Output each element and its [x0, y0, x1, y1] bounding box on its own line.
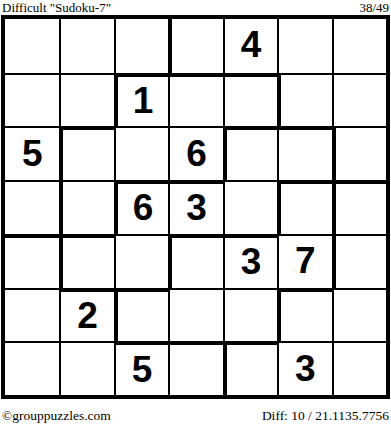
given-digit: 4 [241, 26, 262, 63]
cell-r4c4[interactable]: 3 [168, 180, 222, 234]
cell-r5c1[interactable] [5, 234, 59, 288]
cell-r4c2[interactable] [59, 180, 113, 234]
copyright-text: ©grouppuzzles.com [2, 408, 111, 424]
cell-r2c1[interactable] [5, 73, 59, 127]
cell-r2c2[interactable] [59, 73, 113, 127]
cell-r1c5[interactable]: 4 [223, 19, 277, 73]
cell-r4c7[interactable] [332, 180, 386, 234]
cell-r2c4[interactable] [168, 73, 222, 127]
cell-r6c3[interactable] [114, 288, 168, 342]
cell-r4c1[interactable] [5, 180, 59, 234]
cell-r4c6[interactable] [277, 180, 331, 234]
cell-r4c5[interactable] [223, 180, 277, 234]
cell-r1c2[interactable] [59, 19, 113, 73]
given-digit: 7 [295, 242, 316, 279]
cell-r5c3[interactable] [114, 234, 168, 288]
cell-r5c5[interactable]: 3 [223, 234, 277, 288]
page-title: Difficult "Sudoku-7" [2, 1, 111, 15]
cell-r1c7[interactable] [332, 19, 386, 73]
cell-r7c6[interactable]: 3 [277, 341, 331, 395]
cell-r6c7[interactable] [332, 288, 386, 342]
cell-r5c7[interactable] [332, 234, 386, 288]
given-digit: 3 [295, 350, 316, 387]
cell-r3c6[interactable] [277, 126, 331, 180]
cell-r1c4[interactable] [168, 19, 222, 73]
cell-r1c1[interactable] [5, 19, 59, 73]
cell-r3c1[interactable]: 5 [5, 126, 59, 180]
cell-r3c2[interactable] [59, 126, 113, 180]
cell-r7c4[interactable] [168, 341, 222, 395]
given-digit: 1 [133, 82, 154, 119]
cell-r7c3[interactable]: 5 [114, 341, 168, 395]
board: 41566337253 [1, 15, 390, 399]
cell-r4c3[interactable]: 6 [114, 180, 168, 234]
given-digit: 5 [22, 135, 43, 172]
cell-r2c7[interactable] [332, 73, 386, 127]
cell-r2c3[interactable]: 1 [114, 73, 168, 127]
cell-r3c5[interactable] [223, 126, 277, 180]
cell-r3c7[interactable] [332, 126, 386, 180]
given-digit: 3 [241, 243, 262, 280]
cell-r7c5[interactable] [223, 341, 277, 395]
cell-r6c1[interactable] [5, 288, 59, 342]
cell-r7c1[interactable] [5, 341, 59, 395]
cell-r5c6[interactable]: 7 [277, 234, 331, 288]
cell-r1c3[interactable] [114, 19, 168, 73]
cell-r2c6[interactable] [277, 73, 331, 127]
given-digit: 6 [186, 135, 207, 172]
cell-r5c2[interactable] [59, 234, 113, 288]
cell-r6c2[interactable]: 2 [59, 288, 113, 342]
cell-r7c2[interactable] [59, 341, 113, 395]
cell-r6c4[interactable] [168, 288, 222, 342]
given-digit: 6 [133, 189, 154, 226]
cell-r1c6[interactable] [277, 19, 331, 73]
cell-r6c5[interactable] [223, 288, 277, 342]
given-digit: 3 [186, 189, 207, 226]
cell-r5c4[interactable] [168, 234, 222, 288]
cell-r7c7[interactable] [332, 341, 386, 395]
given-digit: 2 [77, 297, 98, 334]
footer: ©grouppuzzles.com Diff: 10 / 21.1135.775… [0, 407, 391, 424]
cell-r3c4[interactable]: 6 [168, 126, 222, 180]
given-digit: 5 [132, 351, 153, 388]
header: Difficult "Sudoku-7" 38/49 [0, 0, 391, 15]
cell-r2c5[interactable] [223, 73, 277, 127]
cell-r6c6[interactable] [277, 288, 331, 342]
puzzle-counter: 38/49 [359, 1, 389, 15]
cell-r3c3[interactable] [114, 126, 168, 180]
difficulty-rating: Diff: 10 / 21.1135.7756 [262, 408, 389, 424]
